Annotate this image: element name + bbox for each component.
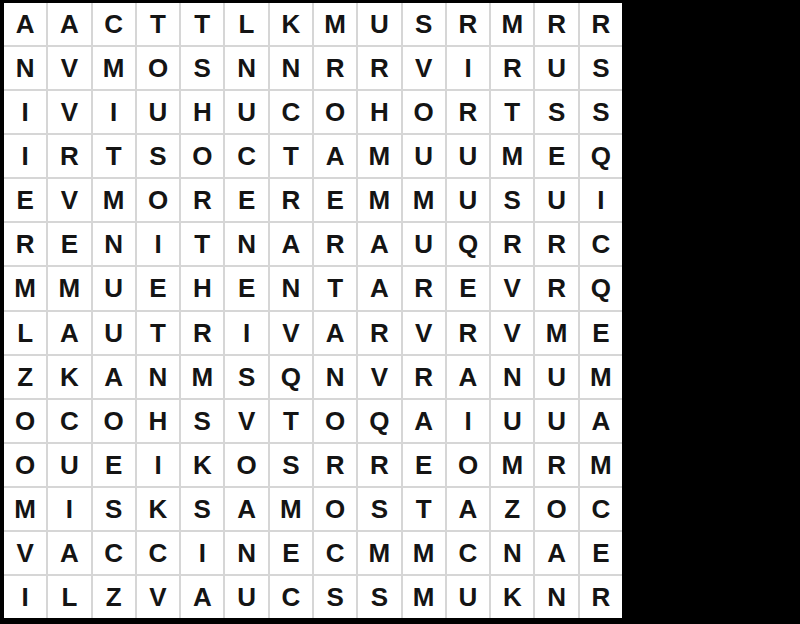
grid-cell[interactable]: R	[447, 91, 489, 133]
grid-cell[interactable]: T	[314, 267, 356, 309]
cell-letter: E	[282, 540, 299, 566]
grid-cell[interactable]: N	[491, 356, 533, 398]
grid-cell[interactable]: U	[48, 444, 90, 486]
grid-cell[interactable]: T	[137, 3, 179, 45]
grid-cell[interactable]: C	[447, 532, 489, 574]
grid-cell[interactable]: V	[491, 312, 533, 354]
grid-cell[interactable]: S	[535, 91, 577, 133]
grid-cell[interactable]: H	[181, 267, 223, 309]
grid-cell[interactable]: A	[48, 312, 90, 354]
grid-cell[interactable]: M	[491, 135, 533, 177]
grid-cell[interactable]: S	[181, 400, 223, 442]
cell-letter: E	[548, 143, 565, 169]
grid-cell[interactable]: A	[181, 576, 223, 618]
grid-cell[interactable]: C	[270, 91, 312, 133]
cell-letter: N	[16, 55, 35, 81]
cell-letter: Q	[591, 275, 611, 301]
grid-cell[interactable]: M	[270, 488, 312, 530]
grid-cell[interactable]: A	[270, 223, 312, 265]
grid-cell[interactable]: E	[225, 267, 267, 309]
grid-cell[interactable]: O	[314, 91, 356, 133]
grid-cell[interactable]: C	[137, 532, 179, 574]
grid-cell[interactable]: M	[535, 312, 577, 354]
grid-cell[interactable]: K	[270, 3, 312, 45]
grid-cell[interactable]: Q	[580, 135, 622, 177]
cell-letter: I	[22, 99, 29, 125]
grid-cell[interactable]: O	[314, 400, 356, 442]
grid-cell[interactable]: S	[403, 3, 445, 45]
grid-cell[interactable]: A	[358, 267, 400, 309]
grid-cell[interactable]: E	[447, 267, 489, 309]
grid-cell[interactable]: E	[535, 135, 577, 177]
grid-cell[interactable]: S	[358, 488, 400, 530]
cell-letter: K	[60, 364, 79, 390]
grid-cell[interactable]: N	[225, 223, 267, 265]
grid-cell[interactable]: R	[403, 267, 445, 309]
grid-cell[interactable]: R	[535, 444, 577, 486]
cell-letter: S	[194, 408, 211, 434]
cell-letter: N	[104, 231, 123, 257]
cell-letter: R	[370, 452, 389, 478]
cell-letter: M	[103, 187, 125, 213]
cell-letter: S	[194, 496, 211, 522]
grid-cell[interactable]: A	[358, 223, 400, 265]
grid-cell[interactable]: M	[491, 3, 533, 45]
grid-cell[interactable]: S	[491, 179, 533, 221]
cell-letter: V	[371, 364, 388, 390]
grid-cell[interactable]: C	[225, 135, 267, 177]
grid-cell[interactable]: U	[535, 400, 577, 442]
cell-letter: E	[592, 320, 609, 346]
cell-letter: A	[193, 584, 212, 610]
grid-cell[interactable]: V	[225, 400, 267, 442]
cell-letter: R	[193, 320, 212, 346]
cell-letter: I	[464, 408, 471, 434]
grid-cell[interactable]: I	[48, 488, 90, 530]
grid-cell[interactable]: E	[93, 444, 135, 486]
grid-cell[interactable]: L	[48, 576, 90, 618]
grid-cell[interactable]: O	[4, 400, 46, 442]
cell-letter: A	[370, 231, 389, 257]
cell-letter: A	[547, 540, 566, 566]
grid-cell[interactable]: U	[535, 47, 577, 89]
grid-cell[interactable]: Q	[447, 223, 489, 265]
grid-cell[interactable]: R	[358, 47, 400, 89]
cell-letter: C	[281, 584, 300, 610]
grid-cell[interactable]: U	[535, 356, 577, 398]
grid-cell[interactable]: S	[580, 91, 622, 133]
grid-cell[interactable]: U	[403, 223, 445, 265]
grid-cell[interactable]: R	[358, 444, 400, 486]
cell-letter: R	[459, 11, 478, 37]
grid-cell[interactable]: T	[270, 135, 312, 177]
grid-cell[interactable]: A	[447, 356, 489, 398]
cell-letter: C	[281, 99, 300, 125]
grid-cell[interactable]: U	[93, 267, 135, 309]
grid-cell[interactable]: U	[491, 400, 533, 442]
cell-letter: I	[154, 452, 161, 478]
grid-cell[interactable]: Q	[270, 356, 312, 398]
grid-cell[interactable]: V	[48, 47, 90, 89]
cell-letter: K	[281, 11, 300, 37]
grid-cell[interactable]: V	[270, 312, 312, 354]
grid-cell[interactable]: C	[580, 488, 622, 530]
grid-cell[interactable]: L	[225, 3, 267, 45]
grid-cell[interactable]: N	[270, 267, 312, 309]
grid-cell[interactable]: M	[403, 179, 445, 221]
grid-cell[interactable]: O	[225, 444, 267, 486]
grid-cell[interactable]: A	[314, 312, 356, 354]
cell-letter: A	[326, 143, 345, 169]
page-background: AACTTLKMUSRMRRNVMOSNNRRVIRUSIVIUHUCOHORT…	[0, 0, 800, 624]
cell-letter: U	[149, 99, 168, 125]
cell-letter: N	[237, 231, 256, 257]
grid-cell[interactable]: I	[447, 400, 489, 442]
grid-cell[interactable]: R	[491, 47, 533, 89]
cell-letter: V	[149, 584, 166, 610]
grid-cell[interactable]: M	[358, 179, 400, 221]
grid-cell[interactable]: E	[225, 179, 267, 221]
cell-letter: M	[501, 452, 523, 478]
grid-cell[interactable]: I	[137, 444, 179, 486]
cell-letter: O	[192, 143, 212, 169]
grid-cell[interactable]: O	[137, 47, 179, 89]
grid-cell[interactable]: E	[580, 312, 622, 354]
grid-cell[interactable]: R	[314, 444, 356, 486]
cell-letter: K	[193, 452, 212, 478]
cell-letter: V	[61, 99, 78, 125]
grid-cell[interactable]: M	[181, 356, 223, 398]
grid-cell[interactable]: A	[4, 3, 46, 45]
grid-cell[interactable]: M	[314, 3, 356, 45]
grid-cell[interactable]: N	[491, 532, 533, 574]
grid-cell[interactable]: A	[314, 135, 356, 177]
cell-letter: E	[415, 452, 432, 478]
cell-letter: O	[15, 408, 35, 434]
cell-letter: S	[415, 11, 432, 37]
grid-cell[interactable]: M	[358, 135, 400, 177]
grid-cell[interactable]: C	[93, 3, 135, 45]
grid-cell[interactable]: M	[48, 267, 90, 309]
grid-cell[interactable]: V	[48, 91, 90, 133]
grid-cell[interactable]: R	[403, 356, 445, 398]
cell-letter: T	[194, 11, 210, 37]
grid-cell[interactable]: I	[181, 532, 223, 574]
grid-cell[interactable]: U	[535, 179, 577, 221]
grid-cell[interactable]: R	[535, 223, 577, 265]
grid-cell[interactable]: E	[403, 444, 445, 486]
grid-cell[interactable]: R	[181, 179, 223, 221]
grid-cell[interactable]: Z	[93, 576, 135, 618]
cell-letter: S	[326, 584, 343, 610]
grid-cell[interactable]: A	[93, 356, 135, 398]
grid-cell[interactable]: C	[48, 400, 90, 442]
grid-cell[interactable]: T	[403, 488, 445, 530]
grid-cell[interactable]: R	[535, 3, 577, 45]
grid-cell[interactable]: E	[137, 267, 179, 309]
grid-cell[interactable]: M	[403, 532, 445, 574]
grid-cell[interactable]: V	[403, 312, 445, 354]
cell-letter: Q	[591, 143, 611, 169]
grid-cell[interactable]: Z	[4, 356, 46, 398]
grid-cell[interactable]: Q	[580, 267, 622, 309]
cell-letter: C	[60, 408, 79, 434]
cell-letter: V	[504, 320, 521, 346]
grid-cell[interactable]: V	[137, 576, 179, 618]
cell-letter: N	[281, 55, 300, 81]
grid-cell[interactable]: R	[181, 312, 223, 354]
cell-letter: A	[60, 540, 79, 566]
cell-letter: A	[237, 496, 256, 522]
cell-letter: U	[104, 320, 123, 346]
cell-letter: M	[590, 364, 612, 390]
cell-letter: R	[193, 187, 212, 213]
cell-letter: A	[591, 408, 610, 434]
cell-letter: R	[326, 452, 345, 478]
grid-cell[interactable]: U	[93, 312, 135, 354]
cell-letter: I	[154, 231, 161, 257]
grid-cell[interactable]: I	[93, 91, 135, 133]
grid-cell[interactable]: O	[314, 488, 356, 530]
grid-cell[interactable]: M	[358, 532, 400, 574]
cell-letter: Z	[106, 584, 122, 610]
grid-cell[interactable]: U	[403, 135, 445, 177]
cell-letter: E	[16, 187, 33, 213]
grid-cell[interactable]: A	[225, 488, 267, 530]
cell-letter: R	[370, 55, 389, 81]
cell-letter: T	[504, 99, 520, 125]
grid-cell[interactable]: R	[314, 223, 356, 265]
grid-cell[interactable]: N	[270, 47, 312, 89]
grid-cell[interactable]: S	[358, 576, 400, 618]
grid-cell[interactable]: R	[4, 223, 46, 265]
grid-cell[interactable]: R	[491, 223, 533, 265]
grid-cell[interactable]: C	[314, 532, 356, 574]
grid-cell[interactable]: S	[225, 356, 267, 398]
grid-cell[interactable]: T	[270, 400, 312, 442]
grid-cell[interactable]: S	[181, 47, 223, 89]
cell-letter: R	[326, 231, 345, 257]
cell-letter: E	[61, 231, 78, 257]
cell-letter: A	[326, 320, 345, 346]
cell-letter: V	[282, 320, 299, 346]
grid-cell[interactable]: I	[137, 223, 179, 265]
cell-letter: A	[281, 231, 300, 257]
grid-cell[interactable]: O	[181, 135, 223, 177]
cell-letter: R	[281, 187, 300, 213]
cell-letter: T	[283, 408, 299, 434]
grid-cell[interactable]: T	[181, 3, 223, 45]
grid-cell[interactable]: C	[270, 576, 312, 618]
cell-letter: E	[105, 452, 122, 478]
grid-cell[interactable]: V	[48, 179, 90, 221]
cell-letter: T	[150, 11, 166, 37]
cell-letter: I	[199, 540, 206, 566]
grid-cell[interactable]: K	[181, 444, 223, 486]
grid-cell[interactable]: N	[225, 47, 267, 89]
cell-letter: S	[371, 496, 388, 522]
grid-cell[interactable]: A	[580, 400, 622, 442]
grid-cell[interactable]: R	[358, 312, 400, 354]
cell-letter: C	[149, 540, 168, 566]
grid-cell[interactable]: U	[447, 135, 489, 177]
grid-cell[interactable]: K	[48, 356, 90, 398]
grid-cell[interactable]: M	[403, 576, 445, 618]
cell-letter: V	[415, 55, 432, 81]
grid-cell[interactable]: R	[270, 179, 312, 221]
grid-cell[interactable]: O	[137, 179, 179, 221]
cell-letter: S	[504, 187, 521, 213]
grid-cell[interactable]: U	[225, 576, 267, 618]
grid-cell[interactable]: N	[137, 356, 179, 398]
grid-cell[interactable]: N	[93, 223, 135, 265]
grid-cell[interactable]: C	[93, 532, 135, 574]
grid-cell[interactable]: I	[4, 135, 46, 177]
grid-cell[interactable]: T	[137, 312, 179, 354]
grid-cell[interactable]: V	[491, 267, 533, 309]
cell-letter: N	[149, 364, 168, 390]
cell-letter: T	[416, 496, 432, 522]
grid-cell[interactable]: M	[93, 179, 135, 221]
grid-cell[interactable]: R	[535, 267, 577, 309]
grid-cell[interactable]: H	[358, 91, 400, 133]
grid-cell[interactable]: U	[447, 179, 489, 221]
cell-letter: E	[238, 187, 255, 213]
grid-cell[interactable]: E	[270, 532, 312, 574]
cell-letter: K	[149, 496, 168, 522]
grid-cell[interactable]: I	[447, 47, 489, 89]
grid-cell[interactable]: Z	[491, 488, 533, 530]
cell-letter: S	[149, 143, 166, 169]
grid-cell[interactable]: E	[580, 532, 622, 574]
cell-letter: H	[149, 408, 168, 434]
grid-cell[interactable]: A	[48, 3, 90, 45]
cell-letter: O	[458, 452, 478, 478]
cell-letter: S	[105, 496, 122, 522]
grid-cell[interactable]: N	[225, 532, 267, 574]
grid-cell[interactable]: T	[93, 135, 135, 177]
grid-cell[interactable]: N	[4, 47, 46, 89]
cell-letter: I	[464, 55, 471, 81]
cell-letter: S	[548, 99, 565, 125]
cell-letter: O	[148, 187, 168, 213]
cell-letter: T	[150, 320, 166, 346]
grid-cell[interactable]: M	[4, 488, 46, 530]
grid-cell[interactable]: U	[225, 91, 267, 133]
cell-letter: Q	[369, 408, 389, 434]
grid-cell[interactable]: U	[447, 576, 489, 618]
grid-cell[interactable]: S	[314, 576, 356, 618]
cell-letter: S	[238, 364, 255, 390]
cell-letter: I	[22, 584, 29, 610]
cell-letter: R	[370, 320, 389, 346]
grid-cell[interactable]: O	[447, 444, 489, 486]
cell-letter: M	[103, 55, 125, 81]
grid-cell[interactable]: I	[4, 576, 46, 618]
grid-cell[interactable]: K	[491, 576, 533, 618]
grid-cell[interactable]: N	[314, 356, 356, 398]
grid-cell[interactable]: R	[580, 3, 622, 45]
cell-letter: R	[459, 99, 478, 125]
grid-cell[interactable]: I	[4, 91, 46, 133]
cell-letter: R	[591, 11, 610, 37]
grid-cell[interactable]: E	[314, 179, 356, 221]
grid-cell[interactable]: E	[4, 179, 46, 221]
grid-cell[interactable]: S	[270, 444, 312, 486]
cell-letter: O	[104, 408, 124, 434]
grid-cell[interactable]: V	[4, 532, 46, 574]
cell-letter: M	[369, 143, 391, 169]
grid-cell[interactable]: N	[535, 576, 577, 618]
grid-cell[interactable]: A	[535, 532, 577, 574]
grid-cell[interactable]: O	[403, 91, 445, 133]
cell-letter: A	[16, 11, 35, 37]
cell-letter: V	[61, 55, 78, 81]
grid-cell[interactable]: Q	[358, 400, 400, 442]
grid-cell[interactable]: R	[314, 47, 356, 89]
grid-cell[interactable]: O	[4, 444, 46, 486]
grid-cell[interactable]: R	[447, 312, 489, 354]
grid-cell[interactable]: I	[225, 312, 267, 354]
cell-letter: V	[504, 275, 521, 301]
grid-cell[interactable]: L	[4, 312, 46, 354]
grid-cell[interactable]: I	[580, 179, 622, 221]
grid-cell[interactable]: O	[93, 400, 135, 442]
grid-cell[interactable]: H	[181, 91, 223, 133]
grid-cell[interactable]: A	[403, 400, 445, 442]
grid-cell[interactable]: O	[535, 488, 577, 530]
grid-cell[interactable]: E	[48, 223, 90, 265]
grid-cell[interactable]: A	[447, 488, 489, 530]
grid-cell[interactable]: M	[93, 47, 135, 89]
cell-letter: R	[60, 143, 79, 169]
grid-cell[interactable]: M	[4, 267, 46, 309]
cell-letter: L	[61, 584, 77, 610]
grid-cell[interactable]: U	[358, 3, 400, 45]
cell-letter: I	[22, 143, 29, 169]
grid-cell[interactable]: M	[580, 356, 622, 398]
cell-letter: C	[237, 143, 256, 169]
cell-letter: A	[459, 496, 478, 522]
grid-cell[interactable]: M	[491, 444, 533, 486]
grid-cell[interactable]: R	[447, 3, 489, 45]
grid-cell[interactable]: U	[137, 91, 179, 133]
grid-cell[interactable]: C	[580, 223, 622, 265]
grid-cell[interactable]: S	[137, 135, 179, 177]
grid-cell[interactable]: R	[48, 135, 90, 177]
grid-cell[interactable]: M	[580, 444, 622, 486]
grid-cell[interactable]: S	[93, 488, 135, 530]
grid-cell[interactable]: A	[48, 532, 90, 574]
cell-letter: M	[413, 540, 435, 566]
cell-letter: U	[104, 275, 123, 301]
grid-cell[interactable]: S	[580, 47, 622, 89]
cell-letter: S	[592, 99, 609, 125]
grid-cell[interactable]: V	[403, 47, 445, 89]
cell-letter: U	[547, 364, 566, 390]
grid-cell[interactable]: H	[137, 400, 179, 442]
grid-cell[interactable]: K	[137, 488, 179, 530]
cell-letter: O	[236, 452, 256, 478]
cell-letter: M	[501, 11, 523, 37]
grid-cell[interactable]: T	[181, 223, 223, 265]
grid-cell[interactable]: V	[358, 356, 400, 398]
cell-letter: E	[592, 540, 609, 566]
cell-letter: R	[414, 364, 433, 390]
grid-cell[interactable]: R	[580, 576, 622, 618]
grid-cell[interactable]: T	[491, 91, 533, 133]
grid-cell[interactable]: S	[181, 488, 223, 530]
